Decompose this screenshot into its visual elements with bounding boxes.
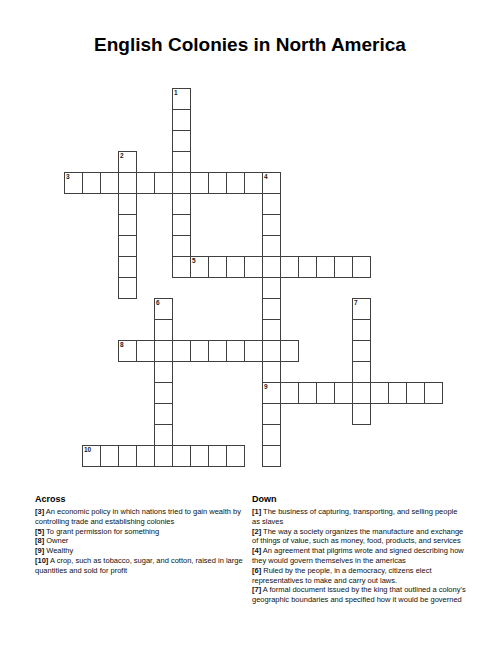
grid-cell[interactable] [352,256,371,278]
clue-item: [3] An economic policy in which nations … [35,507,245,527]
grid-cell[interactable]: 4 [262,172,281,194]
grid-cell[interactable] [352,361,371,383]
grid-cell[interactable] [118,193,137,215]
grid-cell[interactable] [334,382,353,404]
grid-cell[interactable] [118,172,137,194]
grid-cell[interactable] [280,340,299,362]
grid-cell[interactable] [118,256,137,278]
grid-cell[interactable] [262,319,281,341]
grid-cell[interactable] [262,445,281,467]
across-clue-list: [3] An economic policy in which nations … [35,507,245,576]
grid-cell[interactable] [136,340,155,362]
grid-cell[interactable] [172,151,191,173]
grid-cell[interactable] [244,172,263,194]
grid-cell[interactable] [262,424,281,446]
grid-cell[interactable] [208,340,227,362]
grid-cell[interactable] [316,382,335,404]
grid-cell[interactable] [388,382,407,404]
grid-cell[interactable] [118,445,137,467]
clue-item: [8] Owner [35,536,245,546]
across-clues-section: Across [3] An economic policy in which n… [35,494,245,576]
grid-cell[interactable] [316,256,335,278]
grid-cell[interactable] [244,256,263,278]
down-header: Down [252,494,467,504]
grid-cell[interactable]: 5 [190,256,209,278]
grid-cell[interactable] [226,172,245,194]
clue-number: 10 [84,446,91,454]
grid-cell[interactable] [136,445,155,467]
grid-cell[interactable] [226,340,245,362]
clue-item: [9] Wealthy [35,546,245,556]
grid-cell[interactable] [262,193,281,215]
grid-cell[interactable] [154,424,173,446]
clue-number: 7 [354,299,358,307]
clue-item: [1] The business of capturing, transport… [252,507,467,527]
grid-cell[interactable] [172,193,191,215]
clue-number: 8 [120,341,124,349]
grid-cell[interactable] [208,445,227,467]
grid-cell[interactable] [262,256,281,278]
clue-item: [2] The way a society organizes the manu… [252,527,467,547]
down-clues-section: Down [1] The business of capturing, tran… [252,494,467,605]
grid-cell[interactable] [172,235,191,257]
grid-cell[interactable] [262,403,281,425]
grid-cell[interactable] [262,235,281,257]
grid-cell[interactable] [208,172,227,194]
grid-cell[interactable] [172,445,191,467]
grid-cell[interactable] [172,256,191,278]
grid-cell[interactable]: 3 [64,172,83,194]
grid-cell[interactable] [100,172,119,194]
clue-item: [4] An agreement that pilgrims wrote and… [252,546,467,566]
grid-cell[interactable] [262,361,281,383]
grid-cell[interactable] [136,172,155,194]
crossword-grid: 12345678910 [64,88,443,467]
grid-cell[interactable]: 9 [262,382,281,404]
clue-number: 1 [174,89,178,97]
grid-cell[interactable] [262,298,281,320]
grid-cell[interactable] [154,172,173,194]
grid-cell[interactable] [352,382,371,404]
grid-cell[interactable] [118,235,137,257]
grid-cell[interactable] [262,214,281,236]
down-clue-list: [1] The business of capturing, transport… [252,507,467,605]
grid-cell[interactable] [172,340,191,362]
crossword-page: { "title": "English Colonies in North Am… [0,0,500,647]
grid-cell[interactable] [190,445,209,467]
grid-cell[interactable] [154,403,173,425]
clue-item: [6] Ruled by the people, in a democracy,… [252,566,467,586]
grid-cell[interactable] [154,319,173,341]
grid-cell[interactable] [226,256,245,278]
grid-cell[interactable] [118,214,137,236]
clue-item: [10] A crop, such as tobacco, sugar, and… [35,556,245,576]
grid-cell[interactable]: 6 [154,298,173,320]
clue-number: 6 [156,299,160,307]
grid-cell[interactable] [352,340,371,362]
grid-cell[interactable] [172,109,191,131]
grid-cell[interactable] [280,382,299,404]
grid-cell[interactable] [154,361,173,383]
grid-cell[interactable] [172,172,191,194]
clue-number: 4 [264,173,268,181]
grid-cell[interactable]: 7 [352,298,371,320]
clue-number: 3 [66,173,70,181]
grid-cell[interactable] [352,319,371,341]
clue-number: 9 [264,383,268,391]
grid-cell[interactable]: 8 [118,340,137,362]
grid-cell[interactable] [82,172,101,194]
puzzle-title: English Colonies in North America [0,34,500,56]
grid-cell[interactable] [334,256,353,278]
clue-number: 2 [120,152,124,160]
grid-cell[interactable]: 1 [172,88,191,110]
grid-cell[interactable] [298,382,317,404]
grid-cell[interactable] [244,340,263,362]
grid-cell[interactable] [190,340,209,362]
grid-cell[interactable] [208,256,227,278]
grid-cell[interactable] [172,214,191,236]
grid-cell[interactable] [298,256,317,278]
grid-cell[interactable] [370,382,389,404]
grid-cell[interactable] [424,382,443,404]
grid-cell[interactable] [118,277,137,299]
across-header: Across [35,494,245,504]
grid-cell[interactable] [262,277,281,299]
grid-cell[interactable] [406,382,425,404]
clue-item: [5] To grant permission for something [35,527,245,537]
grid-cell[interactable] [280,256,299,278]
grid-cell[interactable] [262,340,281,362]
grid-cell[interactable] [154,382,173,404]
grid-cell[interactable] [100,445,119,467]
grid-cell[interactable]: 2 [118,151,137,173]
clue-item: [7] A formal document issued by the king… [252,585,467,605]
grid-cell[interactable]: 10 [82,445,101,467]
grid-cell[interactable] [352,403,371,425]
grid-cell[interactable] [154,445,173,467]
grid-cell[interactable] [190,172,209,194]
clue-number: 5 [192,257,196,265]
grid-cell[interactable] [154,340,173,362]
grid-cell[interactable] [226,445,245,467]
grid-cell[interactable] [172,130,191,152]
